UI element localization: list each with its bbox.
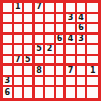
cell-r8c6[interactable] (56, 77, 67, 88)
cell-r8c5[interactable] (45, 77, 56, 88)
cell-r2c4[interactable] (35, 14, 46, 25)
cell-r4c3[interactable] (24, 35, 35, 46)
cell-r2c9[interactable] (87, 14, 98, 25)
cell-r1c6[interactable] (56, 3, 67, 14)
cell-r6c9[interactable] (87, 56, 98, 67)
cell-r6c6[interactable] (56, 56, 67, 67)
cell-r6c1[interactable] (3, 56, 14, 67)
cell-r8c8[interactable] (77, 77, 88, 88)
cell-r4c1[interactable] (3, 35, 14, 46)
cell-r7c9[interactable]: 1 (87, 66, 98, 77)
cell-r1c3[interactable] (24, 3, 35, 14)
cell-r8c1[interactable]: 3 (3, 77, 14, 88)
cell-r1c1[interactable] (3, 3, 14, 14)
cell-r9c6[interactable] (56, 87, 67, 98)
cell-r8c3[interactable] (24, 77, 35, 88)
cell-r3c4[interactable] (35, 24, 46, 35)
cell-r9c9[interactable] (87, 87, 98, 98)
cell-r7c2[interactable] (14, 66, 25, 77)
cell-r8c7[interactable] (66, 77, 77, 88)
cell-r9c1[interactable]: 6 (3, 87, 14, 98)
cell-r1c4[interactable]: 7 (35, 3, 46, 14)
cell-r4c7[interactable]: 4 (66, 35, 77, 46)
cell-r4c6[interactable]: 6 (56, 35, 67, 46)
cell-r2c5[interactable] (45, 14, 56, 25)
cell-r9c3[interactable] (24, 87, 35, 98)
cell-r5c7[interactable] (66, 45, 77, 56)
cell-r4c2[interactable] (14, 35, 25, 46)
cell-r4c4[interactable] (35, 35, 46, 46)
cell-r3c8[interactable]: 6 (77, 24, 88, 35)
cell-r5c1[interactable] (3, 45, 14, 56)
cell-r5c5[interactable]: 2 (45, 45, 56, 56)
cell-r6c7[interactable] (66, 56, 77, 67)
cell-r2c6[interactable] (56, 14, 67, 25)
cell-r2c2[interactable] (14, 14, 25, 25)
cell-r3c3[interactable] (24, 24, 35, 35)
cell-r5c6[interactable] (56, 45, 67, 56)
cell-r5c9[interactable] (87, 45, 98, 56)
cell-r7c7[interactable]: 7 (66, 66, 77, 77)
cell-r5c3[interactable] (24, 45, 35, 56)
cell-r1c9[interactable] (87, 3, 98, 14)
cell-r9c2[interactable] (14, 87, 25, 98)
cell-r1c2[interactable]: 1 (14, 3, 25, 14)
cell-r5c8[interactable] (77, 45, 88, 56)
cell-r9c4[interactable] (35, 87, 46, 98)
cell-r4c5[interactable] (45, 35, 56, 46)
cell-r8c4[interactable] (35, 77, 46, 88)
cell-r7c4[interactable]: 8 (35, 66, 46, 77)
cell-r7c8[interactable] (77, 66, 88, 77)
cell-r4c9[interactable] (87, 35, 98, 46)
cell-r3c2[interactable] (14, 24, 25, 35)
cell-r2c1[interactable] (3, 14, 14, 25)
cell-r5c2[interactable] (14, 45, 25, 56)
cell-r2c7[interactable]: 3 (66, 14, 77, 25)
cell-r2c8[interactable]: 4 (77, 14, 88, 25)
cell-r7c5[interactable] (45, 66, 56, 77)
cell-r3c1[interactable] (3, 24, 14, 35)
cell-r8c9[interactable] (87, 77, 98, 88)
cell-r7c3[interactable] (24, 66, 35, 77)
cell-r6c3[interactable]: 5 (24, 56, 35, 67)
cell-r2c3[interactable] (24, 14, 35, 25)
cell-r6c4[interactable] (35, 56, 46, 67)
sudoku-board: 17346643527587136 (0, 0, 101, 101)
cell-r3c5[interactable] (45, 24, 56, 35)
cell-r1c8[interactable] (77, 3, 88, 14)
cell-r3c6[interactable] (56, 24, 67, 35)
cell-r4c8[interactable]: 3 (77, 35, 88, 46)
cell-r5c4[interactable]: 5 (35, 45, 46, 56)
cell-r1c5[interactable] (45, 3, 56, 14)
cell-r8c2[interactable] (14, 77, 25, 88)
cell-r7c1[interactable] (3, 66, 14, 77)
cell-r6c2[interactable]: 7 (14, 56, 25, 67)
cell-r3c9[interactable] (87, 24, 98, 35)
cell-r6c8[interactable] (77, 56, 88, 67)
cell-r7c6[interactable] (56, 66, 67, 77)
cell-r3c7[interactable] (66, 24, 77, 35)
cell-r9c7[interactable] (66, 87, 77, 98)
cell-r1c7[interactable] (66, 3, 77, 14)
cell-r6c5[interactable] (45, 56, 56, 67)
cell-r9c8[interactable] (77, 87, 88, 98)
cell-r9c5[interactable] (45, 87, 56, 98)
